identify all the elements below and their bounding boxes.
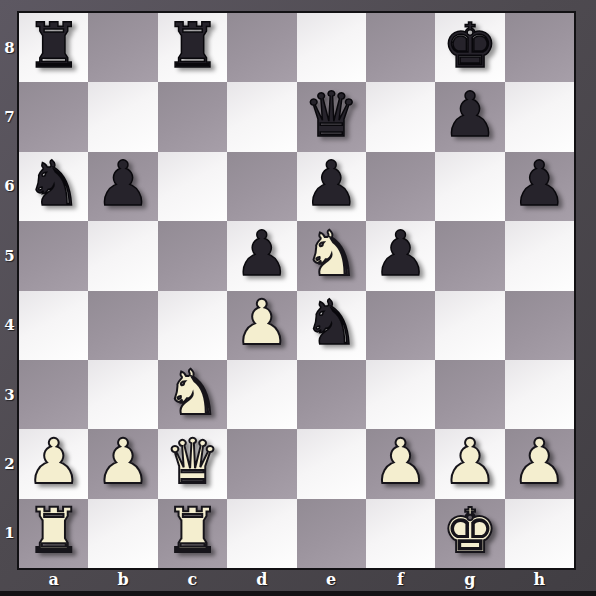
square-e8[interactable] bbox=[297, 13, 366, 82]
square-g2[interactable]: ♟ bbox=[435, 429, 504, 498]
file-label-c: c bbox=[158, 568, 227, 590]
square-a7[interactable] bbox=[19, 82, 88, 151]
file-label-d: d bbox=[227, 568, 296, 590]
piece-white-knight[interactable]: ♞ bbox=[303, 223, 359, 285]
piece-white-queen[interactable]: ♛ bbox=[165, 431, 221, 493]
piece-white-rook[interactable]: ♜ bbox=[26, 500, 82, 562]
square-e6[interactable]: ♟ bbox=[297, 152, 366, 221]
square-g4[interactable] bbox=[435, 291, 504, 360]
square-e1[interactable] bbox=[297, 499, 366, 568]
square-h2[interactable]: ♟ bbox=[505, 429, 574, 498]
piece-black-pawn[interactable]: ♟ bbox=[512, 153, 568, 215]
square-d7[interactable] bbox=[227, 82, 296, 151]
square-a1[interactable]: ♜ bbox=[19, 499, 88, 568]
square-h6[interactable]: ♟ bbox=[505, 152, 574, 221]
square-d2[interactable] bbox=[227, 429, 296, 498]
file-label-e: e bbox=[297, 568, 366, 590]
square-g3[interactable] bbox=[435, 360, 504, 429]
square-f1[interactable] bbox=[366, 499, 435, 568]
file-label-f: f bbox=[366, 568, 435, 590]
square-e4[interactable]: ♞ bbox=[297, 291, 366, 360]
rank-label-1: 1 bbox=[0, 499, 19, 568]
square-b8[interactable] bbox=[88, 13, 157, 82]
square-h5[interactable] bbox=[505, 221, 574, 290]
square-f4[interactable] bbox=[366, 291, 435, 360]
square-h7[interactable] bbox=[505, 82, 574, 151]
square-d3[interactable] bbox=[227, 360, 296, 429]
piece-black-knight[interactable]: ♞ bbox=[26, 153, 82, 215]
rank-label-4: 4 bbox=[0, 291, 19, 360]
file-label-h: h bbox=[505, 568, 574, 590]
square-c7[interactable] bbox=[158, 82, 227, 151]
square-h4[interactable] bbox=[505, 291, 574, 360]
square-b6[interactable]: ♟ bbox=[88, 152, 157, 221]
piece-white-pawn[interactable]: ♟ bbox=[95, 431, 151, 493]
square-h3[interactable] bbox=[505, 360, 574, 429]
square-d1[interactable] bbox=[227, 499, 296, 568]
square-e5[interactable]: ♞ bbox=[297, 221, 366, 290]
rank-label-7: 7 bbox=[0, 82, 19, 151]
piece-black-pawn[interactable]: ♟ bbox=[234, 223, 290, 285]
square-f2[interactable]: ♟ bbox=[366, 429, 435, 498]
piece-white-knight[interactable]: ♞ bbox=[165, 362, 221, 424]
square-d4[interactable]: ♟ bbox=[227, 291, 296, 360]
file-label-g: g bbox=[435, 568, 504, 590]
square-a3[interactable] bbox=[19, 360, 88, 429]
piece-black-pawn[interactable]: ♟ bbox=[373, 223, 429, 285]
square-e2[interactable] bbox=[297, 429, 366, 498]
square-c5[interactable] bbox=[158, 221, 227, 290]
square-d5[interactable]: ♟ bbox=[227, 221, 296, 290]
piece-white-rook[interactable]: ♜ bbox=[165, 500, 221, 562]
piece-black-pawn[interactable]: ♟ bbox=[95, 153, 151, 215]
rank-labels: 87654321 bbox=[0, 13, 19, 568]
board-frame: 87654321 ♜♜♚♛♟♞♟♟♟♟♞♟♟♞♞♟♟♛♟♟♟♜♜♚ abcdef… bbox=[0, 0, 596, 596]
rank-label-8: 8 bbox=[0, 13, 19, 82]
piece-black-rook[interactable]: ♜ bbox=[165, 15, 221, 77]
square-h8[interactable] bbox=[505, 13, 574, 82]
square-a6[interactable]: ♞ bbox=[19, 152, 88, 221]
piece-white-pawn[interactable]: ♟ bbox=[373, 431, 429, 493]
piece-black-pawn[interactable]: ♟ bbox=[303, 153, 359, 215]
rank-label-6: 6 bbox=[0, 152, 19, 221]
square-c1[interactable]: ♜ bbox=[158, 499, 227, 568]
rank-label-5: 5 bbox=[0, 221, 19, 290]
square-c3[interactable]: ♞ bbox=[158, 360, 227, 429]
square-c2[interactable]: ♛ bbox=[158, 429, 227, 498]
square-c8[interactable]: ♜ bbox=[158, 13, 227, 82]
piece-white-king[interactable]: ♚ bbox=[442, 500, 498, 562]
square-g8[interactable]: ♚ bbox=[435, 13, 504, 82]
square-f6[interactable] bbox=[366, 152, 435, 221]
square-d6[interactable] bbox=[227, 152, 296, 221]
piece-white-pawn[interactable]: ♟ bbox=[234, 292, 290, 354]
square-a2[interactable]: ♟ bbox=[19, 429, 88, 498]
square-b5[interactable] bbox=[88, 221, 157, 290]
square-a8[interactable]: ♜ bbox=[19, 13, 88, 82]
file-label-b: b bbox=[88, 568, 157, 590]
square-b7[interactable] bbox=[88, 82, 157, 151]
square-c4[interactable] bbox=[158, 291, 227, 360]
piece-black-rook[interactable]: ♜ bbox=[26, 15, 82, 77]
rank-label-2: 2 bbox=[0, 429, 19, 498]
square-g5[interactable] bbox=[435, 221, 504, 290]
piece-black-pawn[interactable]: ♟ bbox=[442, 84, 498, 146]
rank-label-3: 3 bbox=[0, 360, 19, 429]
file-labels: abcdefgh bbox=[19, 568, 574, 590]
square-g1[interactable]: ♚ bbox=[435, 499, 504, 568]
piece-black-knight[interactable]: ♞ bbox=[303, 292, 359, 354]
file-label-a: a bbox=[19, 568, 88, 590]
frame-bottom-edge bbox=[0, 591, 596, 596]
chess-board: ♜♜♚♛♟♞♟♟♟♟♞♟♟♞♞♟♟♛♟♟♟♜♜♚ bbox=[19, 13, 574, 568]
square-b4[interactable] bbox=[88, 291, 157, 360]
square-b3[interactable] bbox=[88, 360, 157, 429]
square-d8[interactable] bbox=[227, 13, 296, 82]
square-f7[interactable] bbox=[366, 82, 435, 151]
square-g6[interactable] bbox=[435, 152, 504, 221]
piece-white-pawn[interactable]: ♟ bbox=[26, 431, 82, 493]
piece-white-pawn[interactable]: ♟ bbox=[442, 431, 498, 493]
piece-black-king[interactable]: ♚ bbox=[442, 15, 498, 77]
square-a5[interactable] bbox=[19, 221, 88, 290]
piece-white-pawn[interactable]: ♟ bbox=[512, 431, 568, 493]
square-f3[interactable] bbox=[366, 360, 435, 429]
square-a4[interactable] bbox=[19, 291, 88, 360]
square-e3[interactable] bbox=[297, 360, 366, 429]
square-b2[interactable]: ♟ bbox=[88, 429, 157, 498]
square-f8[interactable] bbox=[366, 13, 435, 82]
square-b1[interactable] bbox=[88, 499, 157, 568]
square-g7[interactable]: ♟ bbox=[435, 82, 504, 151]
square-e7[interactable]: ♛ bbox=[297, 82, 366, 151]
piece-black-queen[interactable]: ♛ bbox=[303, 84, 359, 146]
square-c6[interactable] bbox=[158, 152, 227, 221]
square-f5[interactable]: ♟ bbox=[366, 221, 435, 290]
square-h1[interactable] bbox=[505, 499, 574, 568]
